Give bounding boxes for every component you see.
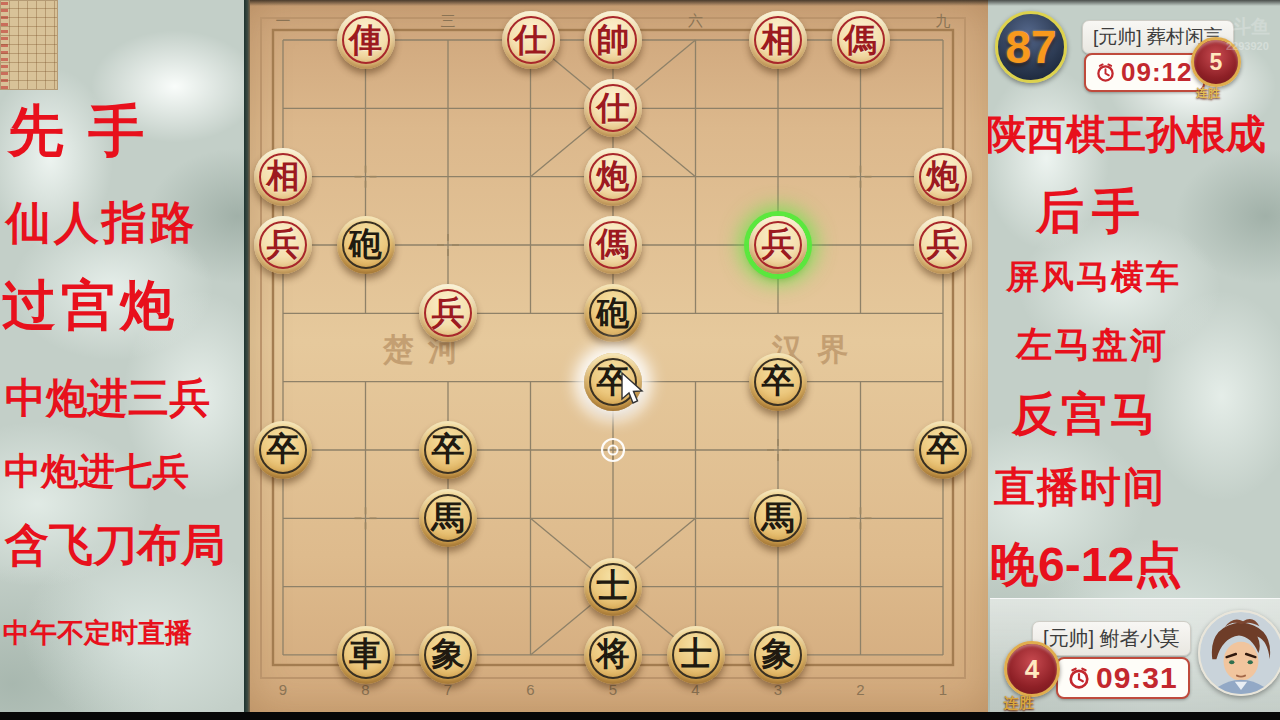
file-label-top: 一 bbox=[276, 12, 291, 31]
piece-black-horse[interactable]: 馬 bbox=[749, 489, 807, 547]
piece-black-cannon[interactable]: 砲 bbox=[584, 284, 642, 342]
piece-black-soldier[interactable]: 卒 bbox=[914, 421, 972, 479]
caption-first-move: 先手 bbox=[8, 100, 168, 162]
piece-glyph: 馬 bbox=[432, 501, 465, 534]
bottom-player-avatar[interactable] bbox=[1198, 610, 1280, 696]
xiangqi-board[interactable]: 楚河 汉界 一二三四五六七八九987654321 俥 仕 帥 相 傌 仕 相 炮 bbox=[250, 0, 988, 712]
piece-glyph: 炮 bbox=[927, 159, 960, 192]
file-label-bottom: 2 bbox=[856, 681, 864, 698]
clock-icon bbox=[1096, 63, 1115, 82]
caption-opponent-title: 陕西棋王孙根成 bbox=[986, 112, 1266, 156]
piece-black-soldier[interactable]: 卒 bbox=[749, 353, 807, 411]
top-edge-shadow bbox=[250, 0, 1280, 6]
piece-red-cannon[interactable]: 炮 bbox=[914, 148, 972, 206]
caption-defense-1: 屏风马横车 bbox=[1006, 259, 1181, 295]
piece-glyph: 卒 bbox=[927, 432, 960, 465]
piece-glyph: 車 bbox=[349, 637, 382, 670]
caption-live-time-label: 直播时间 bbox=[994, 465, 1166, 510]
piece-red-chariot[interactable]: 俥 bbox=[337, 11, 395, 69]
top-win-streak-label: 连胜 bbox=[1196, 85, 1220, 102]
piece-glyph: 砲 bbox=[597, 296, 630, 329]
caption-opening-3: 中炮进三兵 bbox=[5, 376, 210, 421]
piece-red-soldier[interactable]: 兵 bbox=[749, 216, 807, 274]
piece-red-horse[interactable]: 傌 bbox=[832, 11, 890, 69]
bottom-win-streak-badge: 4 bbox=[1004, 641, 1060, 697]
caption-defense-3: 反宫马 bbox=[1012, 389, 1159, 440]
piece-red-general[interactable]: 帥 bbox=[584, 11, 642, 69]
piece-black-elephant[interactable]: 象 bbox=[749, 626, 807, 684]
top-clock-time: 09:12 bbox=[1121, 57, 1193, 88]
bottom-letterbox-bar bbox=[0, 712, 1280, 720]
piece-glyph: 帥 bbox=[597, 23, 630, 56]
piece-black-cannon[interactable]: 砲 bbox=[337, 216, 395, 274]
top-player-avatar[interactable]: 87 bbox=[995, 11, 1067, 83]
piece-black-general[interactable]: 将 bbox=[584, 626, 642, 684]
piece-black-chariot[interactable]: 車 bbox=[337, 626, 395, 684]
piece-black-advisor[interactable]: 士 bbox=[667, 626, 725, 684]
avatar-boy-illustration bbox=[1200, 612, 1280, 694]
file-label-top: 九 bbox=[936, 12, 951, 31]
piece-glyph: 卒 bbox=[432, 432, 465, 465]
caption-opening-1: 仙人指路 bbox=[6, 198, 198, 248]
piece-red-horse[interactable]: 傌 bbox=[584, 216, 642, 274]
caption-schedule-note: 中午不定时直播 bbox=[3, 619, 192, 649]
piece-glyph: 兵 bbox=[267, 227, 300, 260]
caption-second-move: 后手 bbox=[1036, 186, 1148, 239]
file-label-bottom: 1 bbox=[939, 681, 947, 698]
piece-red-soldier[interactable]: 兵 bbox=[254, 216, 312, 274]
piece-glyph: 仕 bbox=[597, 91, 630, 124]
file-label-bottom: 6 bbox=[526, 681, 534, 698]
caption-opening-4: 中炮进七兵 bbox=[4, 452, 189, 493]
piece-red-elephant[interactable]: 相 bbox=[254, 148, 312, 206]
piece-red-soldier[interactable]: 兵 bbox=[914, 216, 972, 274]
piece-black-elephant[interactable]: 象 bbox=[419, 626, 477, 684]
piece-red-advisor[interactable]: 仕 bbox=[584, 79, 642, 137]
piece-glyph: 卒 bbox=[762, 364, 795, 397]
mouse-cursor bbox=[620, 372, 646, 406]
bottom-clock-time: 09:31 bbox=[1096, 661, 1178, 695]
piece-glyph: 馬 bbox=[762, 501, 795, 534]
piece-glyph: 士 bbox=[597, 569, 630, 602]
move-origin-marker bbox=[597, 434, 629, 466]
piece-glyph: 相 bbox=[267, 159, 300, 192]
caption-opening-2: 过宫炮 bbox=[2, 276, 179, 335]
piece-black-horse[interactable]: 馬 bbox=[419, 489, 477, 547]
piece-glyph: 象 bbox=[432, 637, 465, 670]
piece-glyph: 傌 bbox=[844, 23, 877, 56]
top-avatar-number: 87 bbox=[1005, 20, 1056, 74]
piece-red-elephant[interactable]: 相 bbox=[749, 11, 807, 69]
piece-glyph: 砲 bbox=[349, 227, 382, 260]
piece-glyph: 将 bbox=[597, 637, 630, 670]
piece-black-soldier[interactable]: 卒 bbox=[254, 421, 312, 479]
file-label-top: 六 bbox=[688, 12, 703, 31]
piece-black-advisor[interactable]: 士 bbox=[584, 558, 642, 616]
piece-glyph: 仕 bbox=[514, 23, 547, 56]
piece-red-advisor[interactable]: 仕 bbox=[502, 11, 560, 69]
file-label-bottom: 9 bbox=[279, 681, 287, 698]
bottom-player-clock: 09:31 bbox=[1056, 657, 1190, 699]
piece-glyph: 卒 bbox=[267, 432, 300, 465]
piece-glyph: 傌 bbox=[597, 227, 630, 260]
bottom-win-streak-label: 连胜 bbox=[1004, 694, 1034, 713]
platform-watermark-room-id: 2293920 bbox=[1226, 40, 1269, 52]
piece-glyph: 士 bbox=[679, 637, 712, 670]
piece-glyph: 兵 bbox=[432, 296, 465, 329]
mini-board-thumbnail bbox=[0, 0, 58, 90]
stream-frame: 先手 仙人指路 过宫炮 中炮进三兵 中炮进七兵 含飞刀布局 中午不定时直播 陕西… bbox=[0, 0, 1280, 720]
caption-defense-2: 左马盘河 bbox=[1016, 325, 1168, 365]
clock-icon bbox=[1068, 667, 1090, 689]
piece-red-soldier[interactable]: 兵 bbox=[419, 284, 477, 342]
piece-glyph: 相 bbox=[762, 23, 795, 56]
piece-glyph: 象 bbox=[762, 637, 795, 670]
piece-glyph: 兵 bbox=[762, 227, 795, 260]
piece-glyph: 兵 bbox=[927, 227, 960, 260]
piece-red-cannon[interactable]: 炮 bbox=[584, 148, 642, 206]
left-caption-panel: 先手 仙人指路 过宫炮 中炮进三兵 中炮进七兵 含飞刀布局 中午不定时直播 bbox=[0, 0, 250, 720]
bottom-player-name: [元帅] 鲋者小莫 bbox=[1032, 621, 1191, 656]
top-player-clock: 09:12 bbox=[1084, 53, 1205, 92]
piece-glyph: 俥 bbox=[349, 23, 382, 56]
caption-live-time-value: 晚6-12点 bbox=[990, 539, 1182, 592]
piece-black-soldier[interactable]: 卒 bbox=[419, 421, 477, 479]
file-label-top: 三 bbox=[441, 12, 456, 31]
caption-opening-5: 含飞刀布局 bbox=[5, 521, 225, 569]
piece-glyph: 炮 bbox=[597, 159, 630, 192]
platform-watermark-logo: 斗鱼 bbox=[1232, 14, 1270, 40]
